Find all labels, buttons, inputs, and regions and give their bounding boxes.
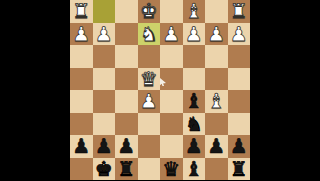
square-a4[interactable] — [228, 68, 251, 91]
square-d3[interactable] — [160, 45, 183, 68]
square-h7[interactable]: ♟ — [70, 135, 93, 158]
square-e8[interactable] — [138, 158, 161, 181]
right-letterbox-bar — [250, 0, 320, 180]
black-king[interactable]: ♚ — [93, 158, 116, 181]
white-pawn[interactable]: ♟ — [138, 90, 161, 113]
square-e6[interactable] — [138, 113, 161, 136]
left-letterbox-bar — [0, 0, 70, 180]
square-e1[interactable]: ♚ — [138, 0, 161, 23]
square-g7[interactable]: ♟ — [93, 135, 116, 158]
square-c1[interactable]: ♝ — [183, 0, 206, 23]
square-f6[interactable] — [115, 113, 138, 136]
square-f2[interactable] — [115, 23, 138, 46]
white-pawn[interactable]: ♟ — [183, 23, 206, 46]
square-f8[interactable]: ♜ — [115, 158, 138, 181]
square-h5[interactable] — [70, 90, 93, 113]
square-b4[interactable] — [205, 68, 228, 91]
square-f1[interactable] — [115, 0, 138, 23]
square-g3[interactable] — [93, 45, 116, 68]
white-king[interactable]: ♚ — [138, 0, 161, 23]
square-a7[interactable]: ♟ — [228, 135, 251, 158]
square-b6[interactable] — [205, 113, 228, 136]
square-f4[interactable] — [115, 68, 138, 91]
black-rook[interactable]: ♜ — [115, 158, 138, 181]
square-h4[interactable] — [70, 68, 93, 91]
square-f3[interactable] — [115, 45, 138, 68]
black-pawn[interactable]: ♟ — [115, 135, 138, 158]
black-bishop[interactable]: ♝ — [183, 90, 206, 113]
black-pawn[interactable]: ♟ — [183, 135, 206, 158]
square-h3[interactable] — [70, 45, 93, 68]
white-pawn[interactable]: ♟ — [93, 23, 116, 46]
black-rook[interactable]: ♜ — [228, 158, 251, 181]
square-e5[interactable]: ♟ — [138, 90, 161, 113]
square-a8[interactable]: ♜ — [228, 158, 251, 181]
square-d4[interactable] — [160, 68, 183, 91]
square-f5[interactable] — [115, 90, 138, 113]
square-h6[interactable] — [70, 113, 93, 136]
square-g5[interactable] — [93, 90, 116, 113]
square-a3[interactable] — [228, 45, 251, 68]
square-c3[interactable] — [183, 45, 206, 68]
square-h1[interactable]: ♜ — [70, 0, 93, 23]
white-queen[interactable]: ♛ — [138, 68, 161, 91]
square-c2[interactable]: ♟ — [183, 23, 206, 46]
white-pawn[interactable]: ♟ — [160, 23, 183, 46]
square-d2[interactable]: ♟ — [160, 23, 183, 46]
square-b3[interactable] — [205, 45, 228, 68]
square-b8[interactable] — [205, 158, 228, 181]
black-pawn[interactable]: ♟ — [70, 135, 93, 158]
white-bishop[interactable]: ♝ — [205, 90, 228, 113]
square-h2[interactable]: ♟ — [70, 23, 93, 46]
black-pawn[interactable]: ♟ — [93, 135, 116, 158]
white-bishop[interactable]: ♝ — [183, 0, 206, 23]
square-b2[interactable]: ♟ — [205, 23, 228, 46]
square-c6[interactable]: ♞ — [183, 113, 206, 136]
black-queen[interactable]: ♛ — [160, 158, 183, 181]
white-pawn[interactable]: ♟ — [70, 23, 93, 46]
square-g2[interactable]: ♟ — [93, 23, 116, 46]
square-d1[interactable] — [160, 0, 183, 23]
black-knight[interactable]: ♞ — [183, 113, 206, 136]
game-area: ♜♚♝♜♟♟♞♟♟♟♟♛♟♝♝♞♟♟♟♟♟♟♚♜♛♝♜ — [0, 0, 320, 180]
square-c5[interactable]: ♝ — [183, 90, 206, 113]
white-pawn[interactable]: ♟ — [205, 23, 228, 46]
square-a6[interactable] — [228, 113, 251, 136]
square-e7[interactable] — [138, 135, 161, 158]
square-g6[interactable] — [93, 113, 116, 136]
square-b7[interactable]: ♟ — [205, 135, 228, 158]
square-g1[interactable] — [93, 0, 116, 23]
square-c8[interactable]: ♝ — [183, 158, 206, 181]
square-e4[interactable]: ♛ — [138, 68, 161, 91]
square-g4[interactable] — [93, 68, 116, 91]
square-e3[interactable] — [138, 45, 161, 68]
square-c4[interactable] — [183, 68, 206, 91]
black-pawn[interactable]: ♟ — [205, 135, 228, 158]
white-pawn[interactable]: ♟ — [228, 23, 251, 46]
square-b5[interactable]: ♝ — [205, 90, 228, 113]
square-b1[interactable] — [205, 0, 228, 23]
white-rook[interactable]: ♜ — [228, 0, 251, 23]
square-d6[interactable] — [160, 113, 183, 136]
chess-board: ♜♚♝♜♟♟♞♟♟♟♟♛♟♝♝♞♟♟♟♟♟♟♚♜♛♝♜ — [70, 0, 250, 180]
square-c7[interactable]: ♟ — [183, 135, 206, 158]
square-a1[interactable]: ♜ — [228, 0, 251, 23]
square-d5[interactable] — [160, 90, 183, 113]
black-pawn[interactable]: ♟ — [228, 135, 251, 158]
square-d7[interactable] — [160, 135, 183, 158]
square-e2[interactable]: ♞ — [138, 23, 161, 46]
white-rook[interactable]: ♜ — [70, 0, 93, 23]
square-g8[interactable]: ♚ — [93, 158, 116, 181]
square-f7[interactable]: ♟ — [115, 135, 138, 158]
square-h8[interactable] — [70, 158, 93, 181]
white-knight[interactable]: ♞ — [138, 23, 161, 46]
square-d8[interactable]: ♛ — [160, 158, 183, 181]
square-a2[interactable]: ♟ — [228, 23, 251, 46]
square-a5[interactable] — [228, 90, 251, 113]
black-bishop[interactable]: ♝ — [183, 158, 206, 181]
